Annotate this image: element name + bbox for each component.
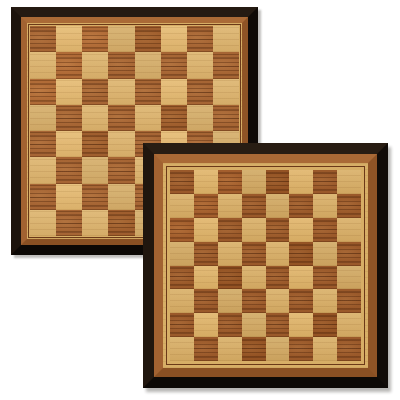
board-back-square-r1c5 — [135, 26, 161, 52]
board-front-square-r2c2 — [194, 194, 218, 218]
board-back-square-r2c1 — [30, 52, 56, 78]
board-front-square-r8c6 — [289, 337, 313, 361]
board-front-square-r5c8 — [337, 266, 361, 290]
board-back-square-r2c2 — [56, 52, 82, 78]
board-back-square-r3c7 — [187, 79, 213, 105]
board-front-square-r7c1 — [170, 313, 194, 337]
board-front-square-r4c8 — [337, 242, 361, 266]
board-front-square-r7c2 — [194, 313, 218, 337]
board-back-square-r6c4 — [108, 157, 134, 183]
board-front-square-r2c4 — [242, 194, 266, 218]
board-front-square-r2c8 — [337, 194, 361, 218]
board-front-square-r5c5 — [266, 266, 290, 290]
front-board-pinstripe — [166, 166, 365, 365]
board-front-square-r1c5 — [266, 170, 290, 194]
board-front-square-r8c5 — [266, 337, 290, 361]
board-front-square-r5c3 — [218, 266, 242, 290]
board-back-square-r5c4 — [108, 131, 134, 157]
board-back-square-r3c2 — [56, 79, 82, 105]
front-board-grid — [170, 170, 361, 361]
board-front-square-r6c2 — [194, 289, 218, 313]
board-front-square-r3c6 — [289, 218, 313, 242]
board-front-square-r6c1 — [170, 289, 194, 313]
board-front-square-r4c3 — [218, 242, 242, 266]
board-back-square-r7c1 — [30, 184, 56, 210]
board-front-square-r7c7 — [313, 313, 337, 337]
board-back-square-r2c7 — [187, 52, 213, 78]
board-front-square-r6c8 — [337, 289, 361, 313]
board-back-square-r2c3 — [82, 52, 108, 78]
board-front-square-r6c3 — [218, 289, 242, 313]
board-back-square-r3c8 — [213, 79, 239, 105]
board-front-square-r6c5 — [266, 289, 290, 313]
board-front-square-r3c8 — [337, 218, 361, 242]
board-front-square-r8c4 — [242, 337, 266, 361]
product-photo-scene — [0, 0, 400, 400]
board-front-square-r3c3 — [218, 218, 242, 242]
front-board-walnut-border — [154, 154, 377, 377]
board-back-square-r2c4 — [108, 52, 134, 78]
board-front-square-r8c1 — [170, 337, 194, 361]
board-back-square-r3c5 — [135, 79, 161, 105]
board-back-square-r2c6 — [161, 52, 187, 78]
front-board-fillet — [163, 163, 368, 368]
board-front-square-r5c2 — [194, 266, 218, 290]
board-front-square-r2c7 — [313, 194, 337, 218]
board-back-square-r1c3 — [82, 26, 108, 52]
board-back-square-r8c2 — [56, 210, 82, 236]
board-front-square-r5c7 — [313, 266, 337, 290]
board-back-square-r4c3 — [82, 105, 108, 131]
board-back-square-r1c1 — [30, 26, 56, 52]
board-back-square-r8c1 — [30, 210, 56, 236]
board-front-square-r7c3 — [218, 313, 242, 337]
board-front-square-r3c7 — [313, 218, 337, 242]
board-front-square-r1c8 — [337, 170, 361, 194]
board-front-square-r6c6 — [289, 289, 313, 313]
board-back-square-r1c8 — [213, 26, 239, 52]
board-front-square-r4c7 — [313, 242, 337, 266]
board-back-square-r3c1 — [30, 79, 56, 105]
board-front-square-r1c3 — [218, 170, 242, 194]
board-back-square-r4c2 — [56, 105, 82, 131]
board-front-square-r7c4 — [242, 313, 266, 337]
board-back-square-r7c2 — [56, 184, 82, 210]
board-back-square-r3c6 — [161, 79, 187, 105]
board-back-square-r1c6 — [161, 26, 187, 52]
board-front-square-r8c7 — [313, 337, 337, 361]
board-front-square-r8c2 — [194, 337, 218, 361]
board-front-square-r2c5 — [266, 194, 290, 218]
front-chessboard — [143, 143, 388, 388]
board-back-square-r2c5 — [135, 52, 161, 78]
board-back-square-r4c1 — [30, 105, 56, 131]
board-front-square-r1c7 — [313, 170, 337, 194]
board-front-square-r3c1 — [170, 218, 194, 242]
board-back-square-r8c3 — [82, 210, 108, 236]
board-front-square-r3c4 — [242, 218, 266, 242]
board-back-square-r5c3 — [82, 131, 108, 157]
board-front-square-r4c2 — [194, 242, 218, 266]
board-back-square-r6c1 — [30, 157, 56, 183]
board-back-square-r1c7 — [187, 26, 213, 52]
board-front-square-r7c5 — [266, 313, 290, 337]
board-back-square-r4c6 — [161, 105, 187, 131]
board-front-square-r8c8 — [337, 337, 361, 361]
board-front-square-r1c4 — [242, 170, 266, 194]
board-back-square-r2c8 — [213, 52, 239, 78]
board-back-square-r8c4 — [108, 210, 134, 236]
board-back-square-r1c4 — [108, 26, 134, 52]
board-front-square-r7c8 — [337, 313, 361, 337]
board-back-square-r3c4 — [108, 79, 134, 105]
board-back-square-r4c4 — [108, 105, 134, 131]
board-back-square-r4c8 — [213, 105, 239, 131]
board-back-square-r3c3 — [82, 79, 108, 105]
board-front-square-r1c6 — [289, 170, 313, 194]
board-front-square-r4c4 — [242, 242, 266, 266]
board-front-square-r5c6 — [289, 266, 313, 290]
board-front-square-r6c7 — [313, 289, 337, 313]
board-front-square-r2c3 — [218, 194, 242, 218]
board-front-square-r1c1 — [170, 170, 194, 194]
board-front-square-r2c1 — [170, 194, 194, 218]
board-back-square-r7c4 — [108, 184, 134, 210]
board-front-square-r4c5 — [266, 242, 290, 266]
board-front-square-r8c3 — [218, 337, 242, 361]
board-back-square-r4c7 — [187, 105, 213, 131]
board-back-square-r5c2 — [56, 131, 82, 157]
board-front-square-r4c6 — [289, 242, 313, 266]
board-back-square-r1c2 — [56, 26, 82, 52]
board-front-square-r4c1 — [170, 242, 194, 266]
board-back-square-r6c2 — [56, 157, 82, 183]
board-front-square-r6c4 — [242, 289, 266, 313]
board-back-square-r4c5 — [135, 105, 161, 131]
board-front-square-r2c6 — [289, 194, 313, 218]
board-front-square-r3c5 — [266, 218, 290, 242]
board-back-square-r6c3 — [82, 157, 108, 183]
board-back-square-r5c1 — [30, 131, 56, 157]
board-front-square-r7c6 — [289, 313, 313, 337]
board-back-square-r7c3 — [82, 184, 108, 210]
board-front-square-r3c2 — [194, 218, 218, 242]
board-front-square-r5c4 — [242, 266, 266, 290]
board-front-square-r1c2 — [194, 170, 218, 194]
board-front-square-r5c1 — [170, 266, 194, 290]
